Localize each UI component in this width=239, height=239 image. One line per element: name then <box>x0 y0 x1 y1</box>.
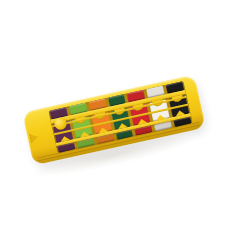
product-photo-scene <box>0 0 239 239</box>
left-edge-notch <box>29 132 39 143</box>
